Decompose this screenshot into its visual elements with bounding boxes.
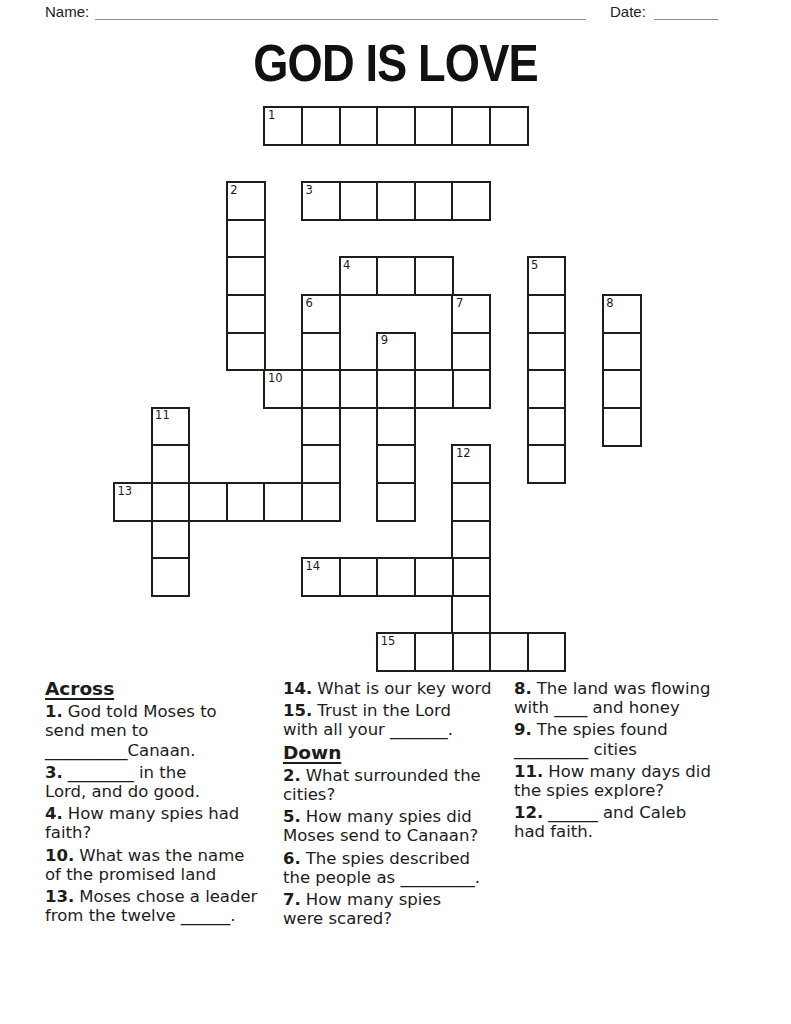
grid-cell-r10-c4[interactable]: [263, 482, 303, 522]
grid-cell-r14-c7[interactable]: 15: [376, 632, 416, 672]
cell-number: 4: [343, 259, 350, 271]
clue-column-right: 8.The land was flowing with ____ and hon…: [514, 679, 776, 845]
clue-down-8: 8.The land was flowing with ____ and hon…: [514, 679, 776, 717]
grid-cell-r7-c6[interactable]: [339, 369, 379, 409]
grid-cell-r2-c8[interactable]: [414, 181, 454, 221]
grid-cell-r0-c10[interactable]: [489, 106, 529, 146]
clue-column-left: Across 1.God told Moses to send men to _…: [45, 679, 283, 928]
cell-number: 8: [606, 297, 613, 309]
clue-across-13: 13.Moses chose a leader from the twelve …: [45, 887, 283, 925]
puzzle-title: GOD IS LOVE: [0, 33, 791, 93]
grid-cell-r4-c11[interactable]: 5: [527, 256, 567, 296]
grid-cell-r2-c5[interactable]: 3: [301, 181, 341, 221]
grid-cell-r3-c3[interactable]: [226, 219, 266, 259]
grid-cell-r0-c7[interactable]: [376, 106, 416, 146]
grid-cell-r10-c7[interactable]: [376, 482, 416, 522]
clue-across-3: 3.________ in the Lord, and do good.: [45, 763, 283, 801]
name-label: Name:: [45, 3, 89, 20]
date-label: Date:: [610, 3, 646, 20]
grid-cell-r6-c9[interactable]: [451, 332, 491, 372]
grid-cell-r14-c10[interactable]: [489, 632, 529, 672]
cell-number: 2: [230, 184, 237, 196]
grid-cell-r7-c7[interactable]: [376, 369, 416, 409]
grid-cell-r9-c7[interactable]: [376, 444, 416, 484]
grid-cell-r6-c13[interactable]: [602, 332, 642, 372]
grid-cell-r7-c8[interactable]: [414, 369, 454, 409]
grid-cell-r6-c11[interactable]: [527, 332, 567, 372]
grid-cell-r7-c5[interactable]: [301, 369, 341, 409]
grid-cell-r9-c1[interactable]: [151, 444, 191, 484]
grid-cell-r12-c5[interactable]: 14: [301, 557, 341, 597]
grid-cell-r14-c11[interactable]: [527, 632, 567, 672]
down-header: Down: [283, 743, 511, 762]
grid-cell-r0-c4[interactable]: 1: [263, 106, 303, 146]
grid-cell-r5-c5[interactable]: 6: [301, 294, 341, 334]
grid-cell-r9-c9[interactable]: 12: [451, 444, 491, 484]
grid-cell-r8-c7[interactable]: [376, 407, 416, 447]
grid-cell-r5-c3[interactable]: [226, 294, 266, 334]
grid-cell-r7-c4[interactable]: 10: [263, 369, 303, 409]
cell-number: 6: [306, 297, 313, 309]
clue-across-15: 15.Trust in the Lord with all your _____…: [283, 701, 511, 739]
grid-cell-r4-c7[interactable]: [376, 256, 416, 296]
grid-cell-r10-c2[interactable]: [188, 482, 228, 522]
grid-cell-r8-c5[interactable]: [301, 407, 341, 447]
grid-cell-r12-c9[interactable]: [451, 557, 491, 597]
clue-down-5: 5.How many spies did Moses send to Canaa…: [283, 807, 511, 845]
grid-cell-r14-c8[interactable]: [414, 632, 454, 672]
grid-cell-r4-c3[interactable]: [226, 256, 266, 296]
clue-across-14: 14.What is our key word: [283, 679, 511, 698]
grid-cell-r7-c11[interactable]: [527, 369, 567, 409]
grid-cell-r6-c5[interactable]: [301, 332, 341, 372]
cell-number: 1: [268, 109, 275, 121]
cell-number: 10: [268, 372, 283, 384]
cell-number: 3: [306, 184, 313, 196]
grid-cell-r2-c6[interactable]: [339, 181, 379, 221]
grid-cell-r6-c3[interactable]: [226, 332, 266, 372]
grid-cell-r8-c13[interactable]: [602, 407, 642, 447]
grid-cell-r11-c9[interactable]: [451, 520, 491, 560]
cell-number: 7: [456, 297, 463, 309]
grid-cell-r5-c13[interactable]: 8: [602, 294, 642, 334]
worksheet-page: Name: Date: GOD IS LOVE 1234567891011121…: [0, 0, 791, 1024]
cell-number: 5: [531, 259, 538, 271]
cell-number: 9: [381, 334, 388, 346]
grid-cell-r2-c3[interactable]: 2: [226, 181, 266, 221]
across-header: Across: [45, 679, 283, 698]
grid-cell-r0-c6[interactable]: [339, 106, 379, 146]
cell-number: 14: [306, 560, 321, 572]
grid-cell-r2-c7[interactable]: [376, 181, 416, 221]
clue-down-7: 7.How many spies were scared?: [283, 890, 511, 928]
grid-cell-r10-c1[interactable]: [151, 482, 191, 522]
clue-column-middle: 14.What is our key word 15.Trust in the …: [283, 679, 511, 931]
grid-cell-r2-c9[interactable]: [451, 181, 491, 221]
grid-cell-r14-c9[interactable]: [451, 632, 491, 672]
grid-cell-r13-c9[interactable]: [451, 595, 491, 635]
grid-cell-r10-c0[interactable]: 13: [113, 482, 153, 522]
clue-down-6: 6.The spies described the people as ____…: [283, 849, 511, 887]
grid-cell-r5-c11[interactable]: [527, 294, 567, 334]
grid-cell-r12-c8[interactable]: [414, 557, 454, 597]
grid-cell-r0-c5[interactable]: [301, 106, 341, 146]
date-input-line[interactable]: [654, 2, 718, 20]
grid-cell-r10-c5[interactable]: [301, 482, 341, 522]
grid-cell-r6-c7[interactable]: 9: [376, 332, 416, 372]
grid-cell-r12-c6[interactable]: [339, 557, 379, 597]
clue-down-2: 2.What surrounded the cities?: [283, 766, 511, 804]
grid-cell-r10-c3[interactable]: [226, 482, 266, 522]
clue-across-4: 4.How many spies had faith?: [45, 804, 283, 842]
cell-number: 13: [118, 485, 133, 497]
cell-number: 11: [155, 409, 170, 421]
grid-cell-r8-c1[interactable]: 11: [151, 407, 191, 447]
grid-cell-r12-c7[interactable]: [376, 557, 416, 597]
clue-across-10: 10.What was the name of the promised lan…: [45, 846, 283, 884]
grid-cell-r0-c9[interactable]: [451, 106, 491, 146]
grid-cell-r4-c8[interactable]: [414, 256, 454, 296]
clue-down-9: 9.The spies found _________ cities: [514, 720, 776, 758]
clue-down-11: 11.How many days did the spies explore?: [514, 762, 776, 800]
grid-cell-r9-c5[interactable]: [301, 444, 341, 484]
grid-cell-r4-c6[interactable]: 4: [339, 256, 379, 296]
clue-across-1: 1.God told Moses to send men to ________…: [45, 702, 283, 760]
name-input-line[interactable]: [95, 2, 586, 20]
grid-cell-r12-c1[interactable]: [151, 557, 191, 597]
grid-cell-r10-c9[interactable]: [451, 482, 491, 522]
grid-cell-r11-c1[interactable]: [151, 520, 191, 560]
cell-number: 15: [381, 635, 396, 647]
grid-cell-r9-c11[interactable]: [527, 444, 567, 484]
grid-cell-r8-c11[interactable]: [527, 407, 567, 447]
grid-cell-r5-c9[interactable]: 7: [451, 294, 491, 334]
grid-cell-r0-c8[interactable]: [414, 106, 454, 146]
clue-down-12: 12.______ and Caleb had faith.: [514, 803, 776, 841]
grid-cell-r7-c9[interactable]: [451, 369, 491, 409]
grid-cell-r7-c13[interactable]: [602, 369, 642, 409]
cell-number: 12: [456, 447, 471, 459]
